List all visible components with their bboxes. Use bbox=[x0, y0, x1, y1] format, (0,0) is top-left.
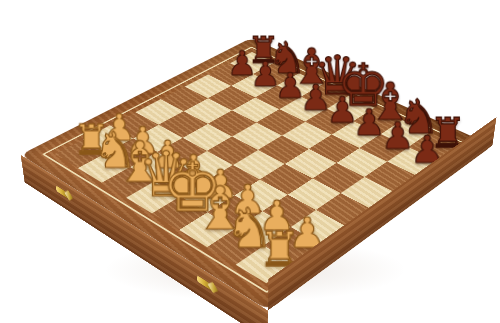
chess-set-product-photo: ♜♟♟♜♞♟♟♞♝♟♟♝♛♟♟♛♚♟♟♚♝♟♟♝♞♟♟♞♜♟♟♜ bbox=[0, 0, 500, 323]
piece-black-bishop-f8: ♝ bbox=[352, 78, 429, 127]
piece-black-king-e8: ♚ bbox=[325, 58, 401, 114]
piece-black-rook-a8: ♜ bbox=[228, 33, 299, 68]
brass-latch bbox=[56, 185, 70, 199]
piece-black-queen-d8: ♛ bbox=[300, 50, 375, 102]
piece-black-bishop-c8: ♝ bbox=[275, 44, 348, 90]
brass-latch bbox=[197, 275, 213, 292]
